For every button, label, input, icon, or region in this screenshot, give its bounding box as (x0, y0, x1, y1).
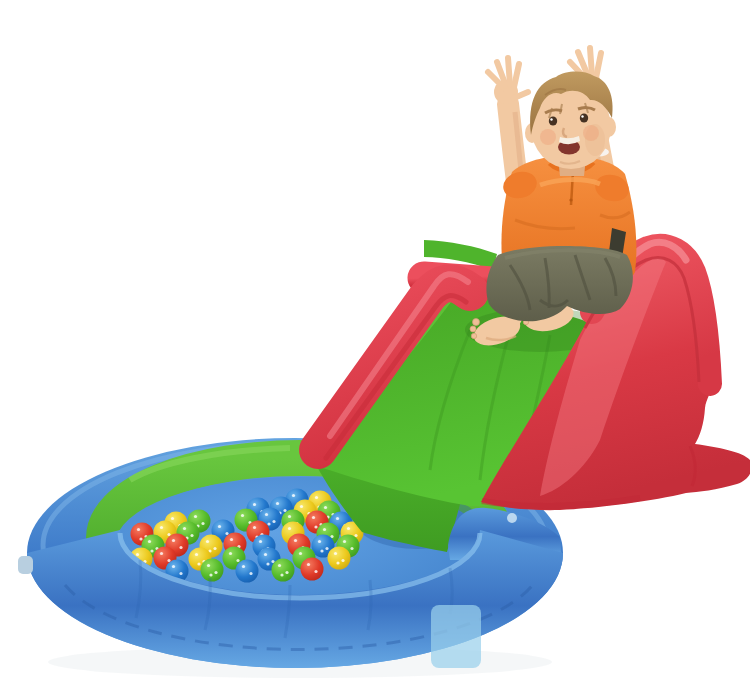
eye-glint (581, 115, 583, 117)
watermark-square (431, 605, 481, 668)
left-eye (549, 116, 557, 125)
child (470, 48, 636, 351)
ball-green (201, 559, 224, 582)
product-photo (0, 0, 750, 700)
eye-glint (550, 118, 552, 120)
scene-svg (0, 0, 750, 700)
right-eye (580, 113, 588, 122)
pool-valve-left (18, 556, 33, 574)
pool-valve (507, 513, 517, 523)
ball-blue (236, 560, 259, 583)
button (569, 198, 572, 201)
left-cheek (540, 129, 556, 145)
ball-green (272, 559, 295, 582)
ball-yellow (328, 547, 351, 570)
right-cheek (583, 125, 599, 141)
ball-red (301, 558, 324, 581)
